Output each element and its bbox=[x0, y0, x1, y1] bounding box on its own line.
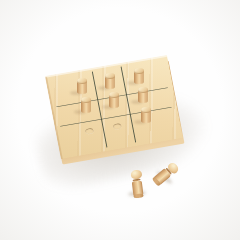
wood-peg-r0-c0[interactable] bbox=[77, 78, 87, 94]
cell-r2-c1[interactable] bbox=[102, 114, 134, 138]
wood-peg-r0-c2[interactable] bbox=[134, 68, 144, 84]
wood-peg-r1-c2[interactable] bbox=[138, 87, 148, 103]
wood-peg-r2-c2[interactable] bbox=[141, 107, 151, 123]
wood-peg-r1-c1[interactable] bbox=[109, 92, 119, 108]
product-photo-wooden-tictactoe bbox=[0, 0, 240, 240]
peg-hole-empty bbox=[85, 128, 94, 135]
loose-peg-1[interactable] bbox=[129, 169, 144, 197]
peg-hole-empty bbox=[113, 123, 122, 130]
cell-r2-c0[interactable] bbox=[73, 119, 105, 143]
wood-peg-r0-c1[interactable] bbox=[105, 73, 115, 89]
wood-peg-r1-c0[interactable] bbox=[81, 97, 91, 113]
peg-base bbox=[133, 193, 143, 199]
